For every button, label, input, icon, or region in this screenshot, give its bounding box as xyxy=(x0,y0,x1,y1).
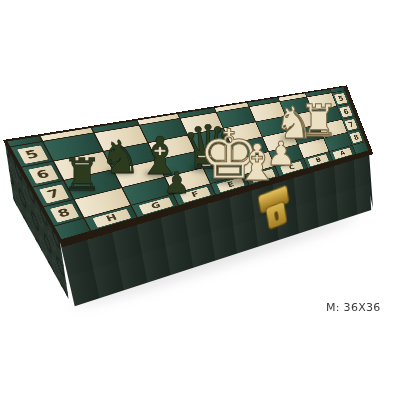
rank-label-right-7: 7 xyxy=(345,119,358,130)
file-label-a: A xyxy=(333,147,352,159)
file-label-b: B xyxy=(308,154,329,166)
rank-label-8: 8 xyxy=(49,203,78,222)
rank-label-7: 7 xyxy=(38,184,68,203)
board-corner-front-right xyxy=(353,142,368,154)
rank-label-5: 5 xyxy=(16,145,47,164)
size-caption: M: 36X36 xyxy=(326,301,381,314)
rank-label-right-8: 8 xyxy=(350,131,363,142)
chess-box-product-photo: 55667788HGFEDCBA ♜♞♝♟♛♚♝♟♞♜ M: 36X36 xyxy=(0,0,400,400)
brass-clasp-icon xyxy=(256,183,294,236)
rank-label-6: 6 xyxy=(27,165,58,184)
rank-label-right-6: 6 xyxy=(339,106,352,117)
rank-label-right-5: 5 xyxy=(334,93,347,104)
